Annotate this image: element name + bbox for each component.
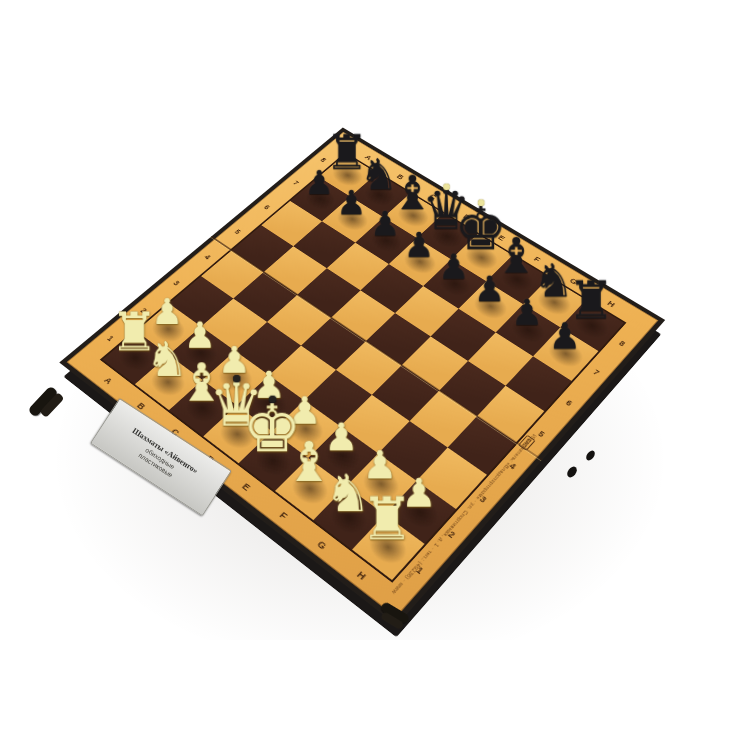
file-label-south-h: H	[355, 568, 369, 582]
file-label-south-f: F	[278, 509, 291, 521]
pieces-layer: ♜♞♝♛♚♝♞♜♟♟♟♟♟♟♟♟♟♟♟♟♟♟♟♟♜♞♝♛♚♝♞♜	[103, 154, 624, 580]
rank-label-east-5: 5	[536, 429, 547, 439]
pawn-glyph: ♟	[519, 266, 610, 355]
rank-label-east-8: 8	[617, 339, 627, 348]
rank-label-west-5: 5	[233, 228, 243, 236]
rook-glyph: ♜	[336, 450, 437, 549]
file-label-south-e: E	[240, 480, 254, 492]
chess-board: AABBCCDDEEFFGGHH1122334455667788 ♜♞♝♛♚♝♞…	[59, 127, 665, 625]
file-label-south-a: A	[102, 375, 115, 386]
rank-label-east-6: 6	[564, 398, 574, 408]
photo-stage: AABBCCDDEEFFGGHH1122334455667788 ♜♞♝♛♚♝♞…	[0, 0, 731, 731]
rank-label-east-7: 7	[591, 368, 601, 377]
file-label-south-g: G	[315, 538, 330, 552]
rank-label-west-6: 6	[262, 203, 272, 211]
